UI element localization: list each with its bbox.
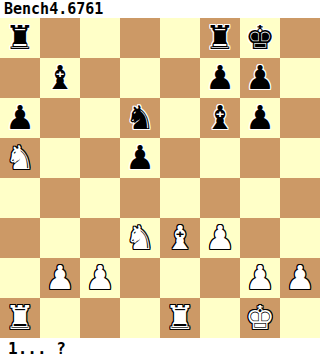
square-a4[interactable] [0, 178, 40, 218]
square-g4[interactable] [240, 178, 280, 218]
square-e6[interactable] [160, 98, 200, 138]
square-f4[interactable] [200, 178, 240, 218]
square-b2[interactable]: ♟ [40, 258, 80, 298]
square-e8[interactable] [160, 18, 200, 58]
square-a6[interactable]: ♟ [0, 98, 40, 138]
square-d1[interactable] [120, 298, 160, 338]
square-f2[interactable] [200, 258, 240, 298]
square-c8[interactable] [80, 18, 120, 58]
square-g5[interactable] [240, 138, 280, 178]
white-pawn-f3[interactable]: ♟ [205, 218, 235, 258]
black-rook-f8[interactable]: ♜ [205, 18, 235, 58]
square-h8[interactable] [280, 18, 320, 58]
square-b3[interactable] [40, 218, 80, 258]
black-pawn-g7[interactable]: ♟ [245, 58, 275, 98]
square-d6[interactable]: ♞ [120, 98, 160, 138]
white-pawn-b2[interactable]: ♟ [45, 258, 75, 298]
square-a8[interactable]: ♜ [0, 18, 40, 58]
square-d8[interactable] [120, 18, 160, 58]
square-c5[interactable] [80, 138, 120, 178]
square-a1[interactable]: ♜ [0, 298, 40, 338]
square-e2[interactable] [160, 258, 200, 298]
black-rook-a8[interactable]: ♜ [5, 18, 35, 58]
square-g6[interactable]: ♟ [240, 98, 280, 138]
square-f8[interactable]: ♜ [200, 18, 240, 58]
black-bishop-b7[interactable]: ♝ [45, 58, 75, 98]
square-a3[interactable] [0, 218, 40, 258]
square-c3[interactable] [80, 218, 120, 258]
square-d4[interactable] [120, 178, 160, 218]
square-e1[interactable]: ♜ [160, 298, 200, 338]
square-e3[interactable]: ♝ [160, 218, 200, 258]
black-king-g8[interactable]: ♚ [245, 18, 275, 58]
square-b7[interactable]: ♝ [40, 58, 80, 98]
chess-board: ♜♜♚♝♟♟♟♞♝♟♞♟♞♝♟♟♟♟♟♜♜♚ [0, 18, 320, 338]
square-b1[interactable] [40, 298, 80, 338]
square-g3[interactable] [240, 218, 280, 258]
square-c6[interactable] [80, 98, 120, 138]
square-c1[interactable] [80, 298, 120, 338]
square-d3[interactable]: ♞ [120, 218, 160, 258]
white-king-g1[interactable]: ♚ [245, 298, 275, 338]
square-e4[interactable] [160, 178, 200, 218]
square-f3[interactable]: ♟ [200, 218, 240, 258]
square-c2[interactable]: ♟ [80, 258, 120, 298]
black-pawn-d5[interactable]: ♟ [125, 138, 155, 178]
white-rook-e1[interactable]: ♜ [165, 298, 195, 338]
square-h5[interactable] [280, 138, 320, 178]
square-d2[interactable] [120, 258, 160, 298]
black-bishop-f6[interactable]: ♝ [205, 98, 235, 138]
square-d5[interactable]: ♟ [120, 138, 160, 178]
square-d7[interactable] [120, 58, 160, 98]
square-h3[interactable] [280, 218, 320, 258]
square-g7[interactable]: ♟ [240, 58, 280, 98]
square-f1[interactable] [200, 298, 240, 338]
move-prompt: 1... ? [0, 338, 320, 360]
window-title: Bench4.6761 [0, 0, 320, 18]
square-c7[interactable] [80, 58, 120, 98]
black-knight-d6[interactable]: ♞ [125, 98, 155, 138]
white-pawn-h2[interactable]: ♟ [285, 258, 315, 298]
square-g1[interactable]: ♚ [240, 298, 280, 338]
white-pawn-c2[interactable]: ♟ [85, 258, 115, 298]
black-pawn-a6[interactable]: ♟ [5, 98, 35, 138]
square-a2[interactable] [0, 258, 40, 298]
white-pawn-g2[interactable]: ♟ [245, 258, 275, 298]
square-h2[interactable]: ♟ [280, 258, 320, 298]
square-h4[interactable] [280, 178, 320, 218]
square-f7[interactable]: ♟ [200, 58, 240, 98]
square-a7[interactable] [0, 58, 40, 98]
black-pawn-g6[interactable]: ♟ [245, 98, 275, 138]
square-e5[interactable] [160, 138, 200, 178]
black-pawn-f7[interactable]: ♟ [205, 58, 235, 98]
square-b5[interactable] [40, 138, 80, 178]
square-b8[interactable] [40, 18, 80, 58]
square-f5[interactable] [200, 138, 240, 178]
white-knight-d3[interactable]: ♞ [125, 218, 155, 258]
square-f6[interactable]: ♝ [200, 98, 240, 138]
square-c4[interactable] [80, 178, 120, 218]
square-b4[interactable] [40, 178, 80, 218]
white-knight-a5[interactable]: ♞ [5, 138, 35, 178]
square-h7[interactable] [280, 58, 320, 98]
square-h1[interactable] [280, 298, 320, 338]
square-g8[interactable]: ♚ [240, 18, 280, 58]
square-g2[interactable]: ♟ [240, 258, 280, 298]
white-rook-a1[interactable]: ♜ [5, 298, 35, 338]
square-a5[interactable]: ♞ [0, 138, 40, 178]
white-bishop-e3[interactable]: ♝ [165, 218, 195, 258]
square-e7[interactable] [160, 58, 200, 98]
square-h6[interactable] [280, 98, 320, 138]
square-b6[interactable] [40, 98, 80, 138]
